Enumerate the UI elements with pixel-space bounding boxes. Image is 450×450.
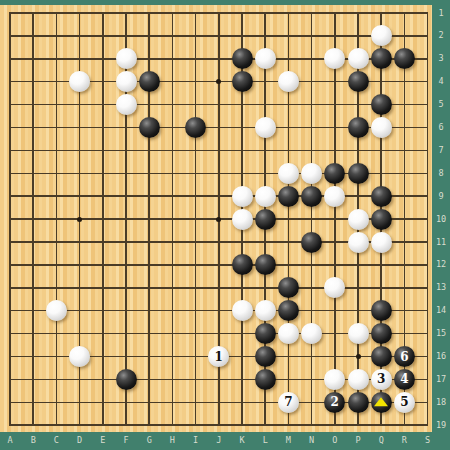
coord-label-col-Q: Q [374, 435, 388, 446]
stone-white-K10[interactable] [232, 209, 253, 230]
coord-label-row-4: 4 [433, 76, 449, 87]
stone-black-R16[interactable]: 6 [394, 346, 415, 367]
stone-white-P11[interactable] [348, 232, 369, 253]
stone-white-M4[interactable] [278, 71, 299, 92]
coord-label-row-1: 1 [433, 8, 449, 19]
stone-black-L17[interactable] [255, 369, 276, 390]
stone-black-O18[interactable]: 2 [324, 392, 345, 413]
coord-label-col-I: I [189, 435, 203, 446]
stone-white-K14[interactable] [232, 300, 253, 321]
stone-white-F4[interactable] [116, 71, 137, 92]
stone-white-D4[interactable] [69, 71, 90, 92]
stone-white-F5[interactable] [116, 94, 137, 115]
stone-white-M18[interactable]: 7 [278, 392, 299, 413]
stone-white-N8[interactable] [301, 163, 322, 184]
coord-label-col-M: M [281, 435, 295, 446]
stone-black-P18[interactable] [348, 392, 369, 413]
stone-black-Q14[interactable] [371, 300, 392, 321]
stone-black-R17[interactable]: 4 [394, 369, 415, 390]
star-point [216, 79, 221, 84]
coord-label-row-5: 5 [433, 99, 449, 110]
stone-white-P10[interactable] [348, 209, 369, 230]
stone-black-L15[interactable] [255, 323, 276, 344]
stone-black-L12[interactable] [255, 254, 276, 275]
stone-black-I6[interactable] [185, 117, 206, 138]
stone-black-Q16[interactable] [371, 346, 392, 367]
stone-white-D16[interactable] [69, 346, 90, 367]
coord-label-row-8: 8 [433, 168, 449, 179]
stone-white-L6[interactable] [255, 117, 276, 138]
stone-white-M15[interactable] [278, 323, 299, 344]
stone-white-Q17[interactable]: 3 [371, 369, 392, 390]
coord-label-col-E: E [96, 435, 110, 446]
stone-black-Q18[interactable] [371, 392, 392, 413]
move-number-label: 2 [324, 392, 345, 413]
coord-label-row-17: 17 [433, 374, 449, 385]
stone-black-F17[interactable] [116, 369, 137, 390]
stone-white-F3[interactable] [116, 48, 137, 69]
coord-label-row-11: 11 [433, 237, 449, 248]
stone-black-G6[interactable] [139, 117, 160, 138]
coord-label-col-A: A [3, 435, 17, 446]
stone-black-M14[interactable] [278, 300, 299, 321]
stone-white-C14[interactable] [46, 300, 67, 321]
coord-label-row-13: 13 [433, 282, 449, 293]
stone-black-Q5[interactable] [371, 94, 392, 115]
coordinate-strip-right: 12345678910111213141516171819 [432, 0, 450, 450]
coord-label-col-J: J [212, 435, 226, 446]
stone-white-P3[interactable] [348, 48, 369, 69]
star-point [356, 354, 361, 359]
stone-white-L9[interactable] [255, 186, 276, 207]
stone-black-Q10[interactable] [371, 209, 392, 230]
stone-white-Q2[interactable] [371, 25, 392, 46]
coord-label-row-10: 10 [433, 214, 449, 225]
move-number-label: 5 [394, 392, 415, 413]
stone-white-P15[interactable] [348, 323, 369, 344]
stone-black-P6[interactable] [348, 117, 369, 138]
grid-line [334, 12, 336, 426]
stone-black-K4[interactable] [232, 71, 253, 92]
stone-black-Q15[interactable] [371, 323, 392, 344]
stone-black-K12[interactable] [232, 254, 253, 275]
stone-black-M13[interactable] [278, 277, 299, 298]
stone-black-P4[interactable] [348, 71, 369, 92]
coord-label-row-15: 15 [433, 328, 449, 339]
stone-black-O8[interactable] [324, 163, 345, 184]
move-number-label: 4 [394, 369, 415, 390]
star-point [77, 217, 82, 222]
board-border-top [0, 0, 450, 5]
stone-white-Q6[interactable] [371, 117, 392, 138]
coordinate-strip-bottom: ABCDEFGHIJKLMNOPQRS [0, 432, 450, 450]
stone-white-O3[interactable] [324, 48, 345, 69]
grid-line [9, 310, 428, 312]
coord-label-col-D: D [73, 435, 87, 446]
stone-black-M9[interactable] [278, 186, 299, 207]
stone-black-Q3[interactable] [371, 48, 392, 69]
coord-label-col-K: K [235, 435, 249, 446]
stone-black-Q9[interactable] [371, 186, 392, 207]
stone-white-O13[interactable] [324, 277, 345, 298]
coord-label-row-19: 19 [433, 420, 449, 431]
stone-white-K9[interactable] [232, 186, 253, 207]
move-number-label: 1 [208, 346, 229, 367]
coord-label-col-O: O [328, 435, 342, 446]
stone-white-R18[interactable]: 5 [394, 392, 415, 413]
stone-white-M8[interactable] [278, 163, 299, 184]
coord-label-col-B: B [26, 435, 40, 446]
move-number-label: 3 [371, 369, 392, 390]
stone-white-L14[interactable] [255, 300, 276, 321]
stone-white-J16[interactable]: 1 [208, 346, 229, 367]
coord-label-col-C: C [49, 435, 63, 446]
coord-label-row-3: 3 [433, 53, 449, 64]
stone-black-G4[interactable] [139, 71, 160, 92]
star-point [216, 217, 221, 222]
stone-black-N9[interactable] [301, 186, 322, 207]
coord-label-row-7: 7 [433, 145, 449, 156]
coord-label-row-14: 14 [433, 305, 449, 316]
coord-label-col-G: G [142, 435, 156, 446]
coord-label-row-18: 18 [433, 397, 449, 408]
grid-line [9, 264, 428, 266]
coord-label-col-R: R [397, 435, 411, 446]
move-number-label: 6 [394, 346, 415, 367]
coord-label-col-N: N [305, 435, 319, 446]
coord-label-col-P: P [351, 435, 365, 446]
coord-label-row-16: 16 [433, 351, 449, 362]
grid-line [311, 12, 313, 426]
triangle-marker [374, 398, 388, 407]
coord-label-row-2: 2 [433, 30, 449, 41]
stone-white-Q11[interactable] [371, 232, 392, 253]
coord-label-col-L: L [258, 435, 272, 446]
grid-line [427, 12, 429, 426]
go-board-diagram: 1634725 12345678910111213141516171819 AB… [0, 0, 450, 450]
stone-white-L3[interactable] [255, 48, 276, 69]
coord-label-row-9: 9 [433, 191, 449, 202]
coord-label-row-12: 12 [433, 259, 449, 270]
coord-label-row-6: 6 [433, 122, 449, 133]
move-number-label: 7 [278, 392, 299, 413]
stone-white-O9[interactable] [324, 186, 345, 207]
stone-black-P8[interactable] [348, 163, 369, 184]
stone-black-R3[interactable] [394, 48, 415, 69]
stone-black-N11[interactable] [301, 232, 322, 253]
grid-line [9, 424, 428, 426]
coord-label-col-H: H [165, 435, 179, 446]
stone-white-O17[interactable] [324, 369, 345, 390]
coord-label-col-F: F [119, 435, 133, 446]
stone-white-N15[interactable] [301, 323, 322, 344]
stone-white-P17[interactable] [348, 369, 369, 390]
go-board[interactable]: 1634725 [0, 0, 432, 432]
coord-label-col-S: S [421, 435, 435, 446]
stone-black-K3[interactable] [232, 48, 253, 69]
grid-line [9, 287, 428, 289]
stone-black-L10[interactable] [255, 209, 276, 230]
stone-black-L16[interactable] [255, 346, 276, 367]
